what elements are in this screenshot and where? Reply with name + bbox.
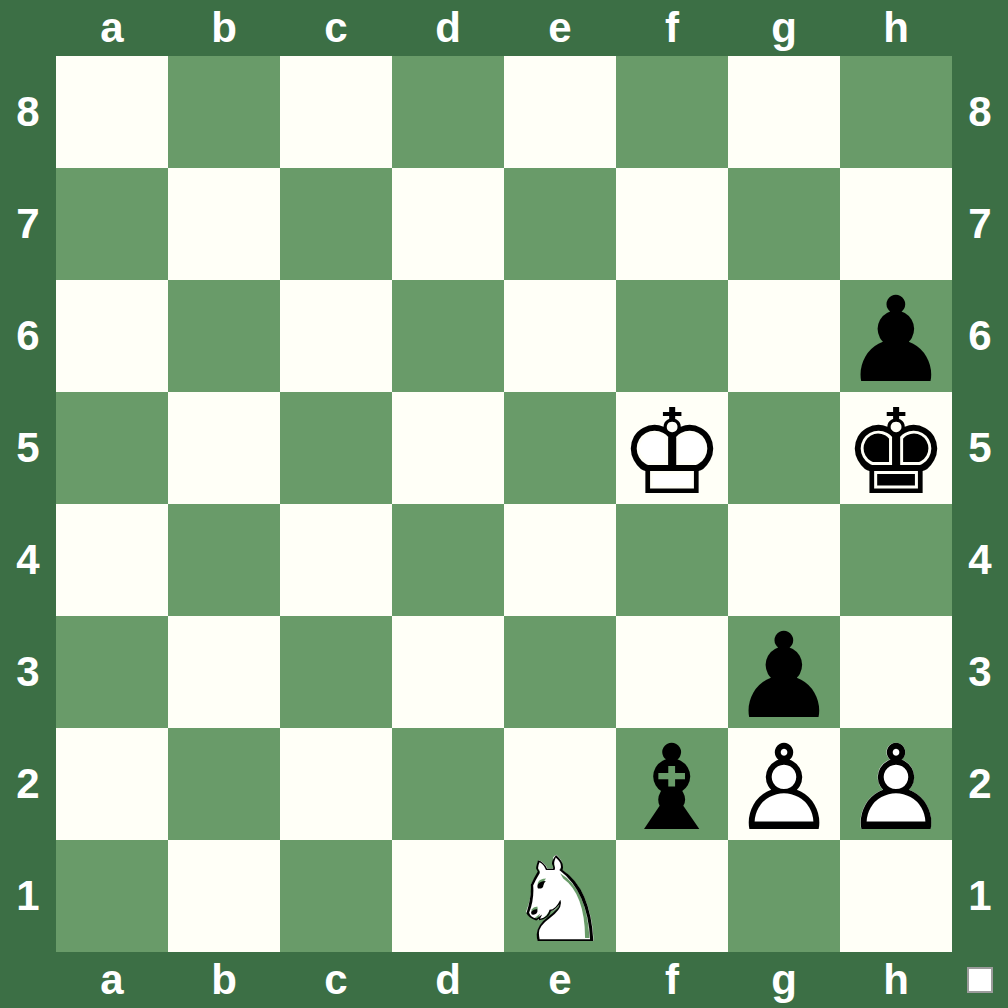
piece-white-king[interactable]: ♚♔ <box>616 396 728 508</box>
piece-white-pawn[interactable]: ♟♙ <box>728 732 840 844</box>
rank-right-label-3: 3 <box>952 616 1008 728</box>
square-f7[interactable] <box>616 168 728 280</box>
square-e7[interactable] <box>504 168 616 280</box>
black-pawn-glyph: ♟ <box>728 620 840 732</box>
square-a8[interactable] <box>56 56 168 168</box>
square-h5[interactable]: ♚ <box>840 392 952 504</box>
rank-right-label-2: 2 <box>952 728 1008 840</box>
square-c6[interactable] <box>280 280 392 392</box>
square-g7[interactable] <box>728 168 840 280</box>
square-b4[interactable] <box>168 504 280 616</box>
white-knight-outline-glyph: ♘ <box>504 844 616 956</box>
square-d5[interactable] <box>392 392 504 504</box>
square-e2[interactable] <box>504 728 616 840</box>
black-king-glyph: ♚ <box>840 396 952 508</box>
square-e8[interactable] <box>504 56 616 168</box>
file-top-label-f: f <box>616 0 728 56</box>
black-pawn-glyph: ♟ <box>840 284 952 396</box>
square-b1[interactable] <box>168 840 280 952</box>
file-bottom-label-h: h <box>840 952 952 1008</box>
square-d7[interactable] <box>392 168 504 280</box>
piece-black-pawn[interactable]: ♟ <box>840 284 952 396</box>
square-b8[interactable] <box>168 56 280 168</box>
rank-right-label-6: 6 <box>952 280 1008 392</box>
file-bottom-label-g: g <box>728 952 840 1008</box>
square-d4[interactable] <box>392 504 504 616</box>
square-e1[interactable]: ♞♘ <box>504 840 616 952</box>
white-king-outline-glyph: ♔ <box>616 396 728 508</box>
square-a5[interactable] <box>56 392 168 504</box>
square-b3[interactable] <box>168 616 280 728</box>
square-f2[interactable]: ♝ <box>616 728 728 840</box>
square-h6[interactable]: ♟ <box>840 280 952 392</box>
file-bottom-label-a: a <box>56 952 168 1008</box>
square-c1[interactable] <box>280 840 392 952</box>
file-labels-top: abcdefgh <box>56 0 952 56</box>
file-bottom-label-c: c <box>280 952 392 1008</box>
square-c4[interactable] <box>280 504 392 616</box>
file-top-label-g: g <box>728 0 840 56</box>
square-g8[interactable] <box>728 56 840 168</box>
square-d2[interactable] <box>392 728 504 840</box>
square-a7[interactable] <box>56 168 168 280</box>
square-h7[interactable] <box>840 168 952 280</box>
file-top-label-c: c <box>280 0 392 56</box>
square-d3[interactable] <box>392 616 504 728</box>
square-e4[interactable] <box>504 504 616 616</box>
file-bottom-label-d: d <box>392 952 504 1008</box>
square-a6[interactable] <box>56 280 168 392</box>
square-c3[interactable] <box>280 616 392 728</box>
rank-right-label-1: 1 <box>952 840 1008 952</box>
piece-white-knight[interactable]: ♞♘ <box>504 844 616 956</box>
black-bishop-glyph: ♝ <box>616 732 728 844</box>
square-d1[interactable] <box>392 840 504 952</box>
square-c8[interactable] <box>280 56 392 168</box>
square-a4[interactable] <box>56 504 168 616</box>
square-f8[interactable] <box>616 56 728 168</box>
rank-left-label-7: 7 <box>0 168 56 280</box>
square-f1[interactable] <box>616 840 728 952</box>
white-to-move-indicator <box>967 967 993 993</box>
file-top-label-e: e <box>504 0 616 56</box>
square-g6[interactable] <box>728 280 840 392</box>
file-labels-bottom: abcdefgh <box>56 952 952 1008</box>
rank-left-label-8: 8 <box>0 56 56 168</box>
rank-right-label-4: 4 <box>952 504 1008 616</box>
square-b7[interactable] <box>168 168 280 280</box>
rank-right-label-7: 7 <box>952 168 1008 280</box>
square-c2[interactable] <box>280 728 392 840</box>
square-a2[interactable] <box>56 728 168 840</box>
file-top-label-h: h <box>840 0 952 56</box>
rank-left-label-1: 1 <box>0 840 56 952</box>
square-e5[interactable] <box>504 392 616 504</box>
square-h2[interactable]: ♟♙ <box>840 728 952 840</box>
square-f6[interactable] <box>616 280 728 392</box>
white-pawn-outline-glyph: ♙ <box>840 732 952 844</box>
file-top-label-d: d <box>392 0 504 56</box>
square-f5[interactable]: ♚♔ <box>616 392 728 504</box>
file-bottom-label-e: e <box>504 952 616 1008</box>
square-h1[interactable] <box>840 840 952 952</box>
square-h4[interactable] <box>840 504 952 616</box>
file-bottom-label-b: b <box>168 952 280 1008</box>
rank-left-label-3: 3 <box>0 616 56 728</box>
white-pawn-outline-glyph: ♙ <box>728 732 840 844</box>
piece-black-bishop[interactable]: ♝ <box>616 732 728 844</box>
square-h3[interactable] <box>840 616 952 728</box>
square-a3[interactable] <box>56 616 168 728</box>
square-b5[interactable] <box>168 392 280 504</box>
rank-right-label-5: 5 <box>952 392 1008 504</box>
file-top-label-a: a <box>56 0 168 56</box>
square-g1[interactable] <box>728 840 840 952</box>
square-c5[interactable] <box>280 392 392 504</box>
file-bottom-label-f: f <box>616 952 728 1008</box>
chess-board-frame: abcdefgh 87654321 ♟♚♔♚♟♝♟♙♟♙♞♘ 87654321 … <box>0 0 1008 1008</box>
square-d8[interactable] <box>392 56 504 168</box>
square-b2[interactable] <box>168 728 280 840</box>
piece-black-pawn[interactable]: ♟ <box>728 620 840 732</box>
square-h8[interactable] <box>840 56 952 168</box>
file-top-label-b: b <box>168 0 280 56</box>
piece-black-king[interactable]: ♚ <box>840 396 952 508</box>
square-f4[interactable] <box>616 504 728 616</box>
rank-left-label-6: 6 <box>0 280 56 392</box>
square-a1[interactable] <box>56 840 168 952</box>
rank-right-label-8: 8 <box>952 56 1008 168</box>
square-c7[interactable] <box>280 168 392 280</box>
square-g2[interactable]: ♟♙ <box>728 728 840 840</box>
piece-white-pawn[interactable]: ♟♙ <box>840 732 952 844</box>
square-d6[interactable] <box>392 280 504 392</box>
rank-labels-left: 87654321 <box>0 56 56 952</box>
square-e6[interactable] <box>504 280 616 392</box>
square-g4[interactable] <box>728 504 840 616</box>
rank-left-label-2: 2 <box>0 728 56 840</box>
square-g5[interactable] <box>728 392 840 504</box>
chess-board: ♟♚♔♚♟♝♟♙♟♙♞♘ <box>56 56 952 952</box>
square-e3[interactable] <box>504 616 616 728</box>
rank-left-label-4: 4 <box>0 504 56 616</box>
square-g3[interactable]: ♟ <box>728 616 840 728</box>
square-f3[interactable] <box>616 616 728 728</box>
rank-left-label-5: 5 <box>0 392 56 504</box>
rank-labels-right: 87654321 <box>952 56 1008 952</box>
square-b6[interactable] <box>168 280 280 392</box>
